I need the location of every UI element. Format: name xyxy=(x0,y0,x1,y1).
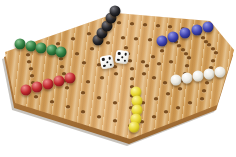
board-hole xyxy=(121,36,125,39)
board-hole xyxy=(154,97,158,100)
board-hole xyxy=(124,46,128,49)
marble-white[interactable] xyxy=(214,67,225,78)
board-hole xyxy=(176,106,180,109)
board-hole xyxy=(71,38,75,41)
marble-white[interactable] xyxy=(181,73,192,84)
die-pip xyxy=(117,58,120,61)
board-hole xyxy=(187,57,191,60)
board-hole xyxy=(59,58,63,61)
board-hole xyxy=(117,22,121,25)
board-hole xyxy=(114,72,118,75)
board-hole xyxy=(143,24,147,27)
board-hole xyxy=(60,65,64,68)
die-pip xyxy=(121,56,124,59)
board-hole xyxy=(86,80,90,83)
board-hole xyxy=(152,77,156,80)
board-hole xyxy=(130,23,134,26)
marble-yellow[interactable] xyxy=(129,122,140,133)
board-hole xyxy=(128,60,132,63)
marble-green[interactable] xyxy=(36,43,47,54)
board-hole xyxy=(82,61,86,64)
board-hole xyxy=(164,111,168,114)
board-hole xyxy=(152,116,156,119)
board-hole xyxy=(65,87,69,90)
marble-red[interactable] xyxy=(32,81,43,92)
marble-blue[interactable] xyxy=(167,32,178,43)
board-hole xyxy=(177,45,181,48)
board-hole xyxy=(169,60,173,63)
board-hole xyxy=(66,105,70,108)
board-hole xyxy=(151,55,155,58)
board-hole xyxy=(205,82,209,85)
board-hole xyxy=(26,54,30,57)
pieces-layer xyxy=(0,0,236,157)
board-hole xyxy=(81,92,85,95)
board-hole xyxy=(148,38,152,41)
marble-black[interactable] xyxy=(109,5,120,16)
marble-red[interactable] xyxy=(42,78,53,89)
board-hole xyxy=(97,97,101,100)
board-hole xyxy=(100,76,104,79)
marble-red[interactable] xyxy=(20,84,31,95)
board-hole xyxy=(178,88,182,91)
die-pip xyxy=(124,53,127,56)
board-hole xyxy=(113,120,117,123)
board-hole xyxy=(214,52,218,55)
die-pip xyxy=(109,63,112,66)
die-pip xyxy=(108,57,111,60)
board-hole xyxy=(30,74,34,77)
marble-white[interactable] xyxy=(193,70,204,81)
board-hole xyxy=(81,110,85,113)
board-hole xyxy=(27,61,31,64)
board-hole xyxy=(97,115,101,118)
board-hole xyxy=(156,25,160,28)
die-pip xyxy=(103,64,106,67)
die-pip xyxy=(118,52,121,55)
board-hole xyxy=(202,90,206,93)
die-showing-5[interactable] xyxy=(115,50,129,64)
board-hole xyxy=(184,53,188,56)
board-hole xyxy=(130,67,134,70)
board-hole xyxy=(211,48,215,51)
board-hole xyxy=(145,65,149,68)
marble-blue[interactable] xyxy=(192,24,203,35)
board-hole xyxy=(87,32,91,35)
board-hole xyxy=(113,102,117,105)
board-hole xyxy=(34,95,38,98)
marble-red[interactable] xyxy=(54,76,65,87)
board-hole xyxy=(142,73,146,76)
board-hole xyxy=(157,63,161,66)
board-hole xyxy=(160,49,164,52)
board-hole xyxy=(50,100,54,103)
board-hole xyxy=(211,59,215,62)
board-hole xyxy=(56,43,60,46)
die-pip xyxy=(123,59,126,62)
marble-blue[interactable] xyxy=(180,27,191,38)
board-hole xyxy=(201,36,205,39)
marble-blue[interactable] xyxy=(202,22,213,33)
marble-white[interactable] xyxy=(171,75,182,86)
board-hole xyxy=(204,40,208,43)
board-photo-scene xyxy=(0,0,236,157)
board-hole xyxy=(181,49,185,52)
marble-white[interactable] xyxy=(204,68,215,79)
marble-green[interactable] xyxy=(15,38,26,49)
board-hole xyxy=(166,92,170,95)
marble-red[interactable] xyxy=(65,73,76,84)
board-hole xyxy=(106,42,110,45)
board-hole xyxy=(188,102,192,105)
board-hole xyxy=(163,81,167,84)
board-hole xyxy=(141,61,145,64)
die-showing-5[interactable] xyxy=(99,54,114,69)
board-hole xyxy=(130,77,134,80)
board-hole xyxy=(207,44,211,47)
marble-green[interactable] xyxy=(55,46,66,57)
board-hole xyxy=(90,47,94,50)
board-hole xyxy=(29,67,33,70)
die-pip xyxy=(106,61,109,64)
die-pip xyxy=(102,58,105,61)
marble-blue[interactable] xyxy=(156,35,167,46)
board-hole xyxy=(134,37,138,40)
board-hole xyxy=(168,26,172,29)
board-hole xyxy=(185,65,189,68)
board-hole xyxy=(200,97,204,100)
board-hole xyxy=(75,53,79,56)
